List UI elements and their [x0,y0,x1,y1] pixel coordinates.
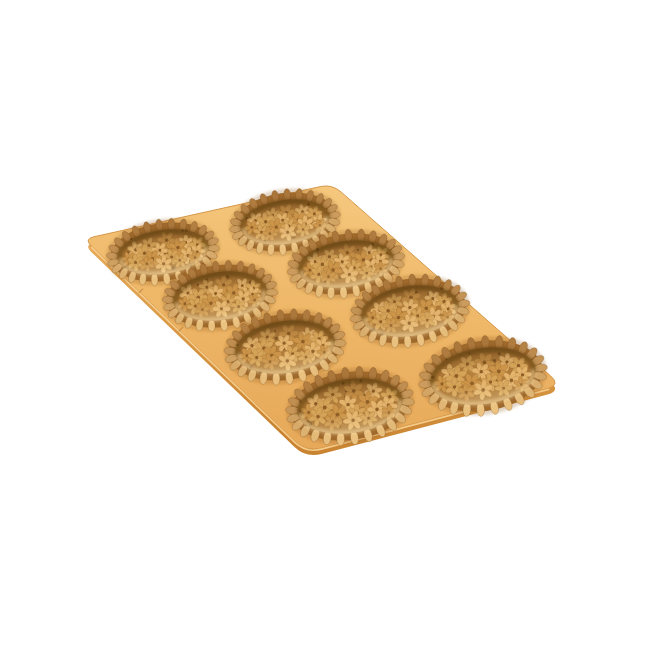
product-photo: Overhead product photo of a golden-yello… [0,0,650,650]
mold-illustration [0,0,650,650]
